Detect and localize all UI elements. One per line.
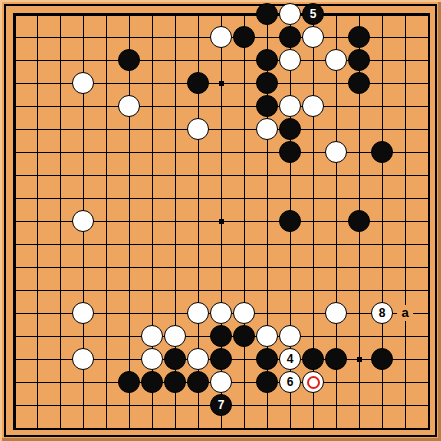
black-stone (256, 348, 278, 370)
black-stone (210, 325, 232, 347)
white-stone (256, 325, 278, 347)
white-stone (279, 325, 301, 347)
go-board: 58467a (0, 0, 441, 441)
black-stone (187, 72, 209, 94)
black-stone (279, 210, 301, 232)
white-stone (72, 348, 94, 370)
circle-marker-icon (307, 376, 320, 389)
move-number-label: 5 (310, 8, 317, 20)
black-stone (164, 371, 186, 393)
white-stone (279, 49, 301, 71)
white-stone (187, 118, 209, 140)
white-stone (72, 210, 94, 232)
white-stone (210, 26, 232, 48)
black-stone-move-7: 7 (210, 394, 232, 416)
black-stone (348, 26, 370, 48)
black-stone (279, 141, 301, 163)
white-stone (325, 302, 347, 324)
move-number-label: 7 (218, 399, 225, 411)
black-stone (279, 118, 301, 140)
move-number-label: 8 (379, 307, 386, 319)
black-stone (371, 348, 393, 370)
white-stone (279, 3, 301, 25)
black-stone (164, 348, 186, 370)
white-stone (302, 26, 324, 48)
black-stone (279, 26, 301, 48)
white-stone (302, 95, 324, 117)
white-stone (325, 141, 347, 163)
black-stone (325, 348, 347, 370)
point-label-a: a (397, 305, 413, 321)
white-stone (72, 302, 94, 324)
move-number-label: 6 (287, 376, 294, 388)
black-stone (118, 371, 140, 393)
black-stone-move-5: 5 (302, 3, 324, 25)
white-stone-move-8: 8 (371, 302, 393, 324)
black-stone (233, 325, 255, 347)
black-stone (256, 49, 278, 71)
white-stone (141, 348, 163, 370)
black-stone (256, 371, 278, 393)
black-stone (187, 371, 209, 393)
white-stone-marked (302, 371, 324, 393)
white-stone-move-6: 6 (279, 371, 301, 393)
black-stone (210, 348, 232, 370)
white-stone (187, 348, 209, 370)
white-stone (325, 49, 347, 71)
white-stone (164, 325, 186, 347)
white-stone (256, 118, 278, 140)
white-stone (210, 371, 232, 393)
black-stone (302, 348, 324, 370)
black-stone (256, 95, 278, 117)
white-stone (187, 302, 209, 324)
black-stone (118, 49, 140, 71)
white-stone (118, 95, 140, 117)
white-stone (279, 95, 301, 117)
move-number-label: 4 (287, 353, 294, 365)
black-stone (141, 371, 163, 393)
white-stone-move-4: 4 (279, 348, 301, 370)
black-stone (371, 141, 393, 163)
black-stone (348, 210, 370, 232)
white-stone (233, 302, 255, 324)
stones-layer: 58467a (3, 3, 440, 440)
black-stone (348, 49, 370, 71)
black-stone (348, 72, 370, 94)
white-stone (72, 72, 94, 94)
white-stone (210, 302, 232, 324)
black-stone (256, 3, 278, 25)
black-stone (233, 26, 255, 48)
white-stone (141, 325, 163, 347)
black-stone (256, 72, 278, 94)
